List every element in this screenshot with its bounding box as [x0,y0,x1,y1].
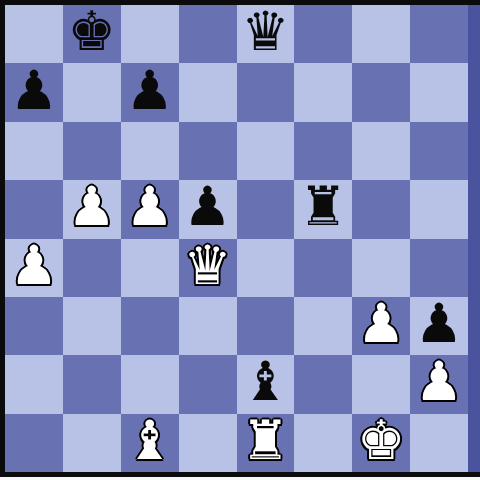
square-g3[interactable]: ♟ [352,297,410,355]
piece-white-pawn[interactable]: ♟ [125,180,173,234]
square-e2[interactable]: ♝ [237,355,295,413]
square-c8[interactable] [121,5,179,63]
square-e6[interactable] [237,122,295,180]
square-h2[interactable]: ♟ [410,355,468,413]
square-b6[interactable] [63,122,121,180]
square-b1[interactable] [63,414,121,472]
square-g1[interactable]: ♚ [352,414,410,472]
square-a3[interactable] [5,297,63,355]
piece-black-pawn[interactable]: ♟ [183,180,231,234]
piece-white-pawn[interactable]: ♟ [68,180,116,234]
square-d3[interactable] [179,297,237,355]
square-e5[interactable] [237,180,295,238]
piece-black-queen[interactable]: ♛ [241,5,289,59]
chess-board-frame: ♚♛♟♟♟♟♟♜♟♛♟♟♝♟♝♜♚ [0,0,480,480]
square-b2[interactable] [63,355,121,413]
piece-white-queen[interactable]: ♛ [183,239,231,293]
square-a5[interactable] [5,180,63,238]
square-f3[interactable] [294,297,352,355]
square-e4[interactable] [237,239,295,297]
square-a2[interactable] [5,355,63,413]
square-g6[interactable] [352,122,410,180]
square-d1[interactable] [179,414,237,472]
square-g2[interactable] [352,355,410,413]
square-f4[interactable] [294,239,352,297]
square-f1[interactable] [294,414,352,472]
piece-white-rook[interactable]: ♜ [241,414,289,468]
square-e7[interactable] [237,63,295,121]
board-right-edge-strip [468,5,480,472]
piece-white-bishop[interactable]: ♝ [125,414,173,468]
square-d8[interactable] [179,5,237,63]
square-c5[interactable]: ♟ [121,180,179,238]
square-d7[interactable] [179,63,237,121]
piece-white-pawn[interactable]: ♟ [415,355,463,409]
piece-white-pawn[interactable]: ♟ [357,297,405,351]
piece-black-pawn[interactable]: ♟ [10,64,58,118]
square-c6[interactable] [121,122,179,180]
square-e3[interactable] [237,297,295,355]
square-e8[interactable]: ♛ [237,5,295,63]
square-f7[interactable] [294,63,352,121]
square-c3[interactable] [121,297,179,355]
square-d4[interactable]: ♛ [179,239,237,297]
square-g5[interactable] [352,180,410,238]
square-a1[interactable] [5,414,63,472]
square-h6[interactable] [410,122,468,180]
square-a8[interactable] [5,5,63,63]
piece-black-pawn[interactable]: ♟ [415,297,463,351]
square-h1[interactable] [410,414,468,472]
square-g8[interactable] [352,5,410,63]
square-c2[interactable] [121,355,179,413]
square-a7[interactable]: ♟ [5,63,63,121]
square-c7[interactable]: ♟ [121,63,179,121]
square-d5[interactable]: ♟ [179,180,237,238]
square-f8[interactable] [294,5,352,63]
chess-board: ♚♛♟♟♟♟♟♜♟♛♟♟♝♟♝♜♚ [5,5,468,472]
piece-black-bishop[interactable]: ♝ [241,355,289,409]
square-h7[interactable] [410,63,468,121]
piece-black-rook[interactable]: ♜ [299,180,347,234]
square-b5[interactable]: ♟ [63,180,121,238]
square-f6[interactable] [294,122,352,180]
square-d2[interactable] [179,355,237,413]
square-b3[interactable] [63,297,121,355]
square-a4[interactable]: ♟ [5,239,63,297]
square-d6[interactable] [179,122,237,180]
square-e1[interactable]: ♜ [237,414,295,472]
square-h3[interactable]: ♟ [410,297,468,355]
square-b4[interactable] [63,239,121,297]
square-c1[interactable]: ♝ [121,414,179,472]
piece-black-pawn[interactable]: ♟ [125,64,173,118]
square-c4[interactable] [121,239,179,297]
square-g7[interactable] [352,63,410,121]
piece-white-king[interactable]: ♚ [357,414,405,468]
square-h8[interactable] [410,5,468,63]
square-f2[interactable] [294,355,352,413]
square-h5[interactable] [410,180,468,238]
square-h4[interactable] [410,239,468,297]
square-b8[interactable]: ♚ [63,5,121,63]
square-b7[interactable] [63,63,121,121]
piece-white-pawn[interactable]: ♟ [10,239,58,293]
square-g4[interactable] [352,239,410,297]
square-a6[interactable] [5,122,63,180]
piece-black-king[interactable]: ♚ [68,5,116,59]
square-f5[interactable]: ♜ [294,180,352,238]
